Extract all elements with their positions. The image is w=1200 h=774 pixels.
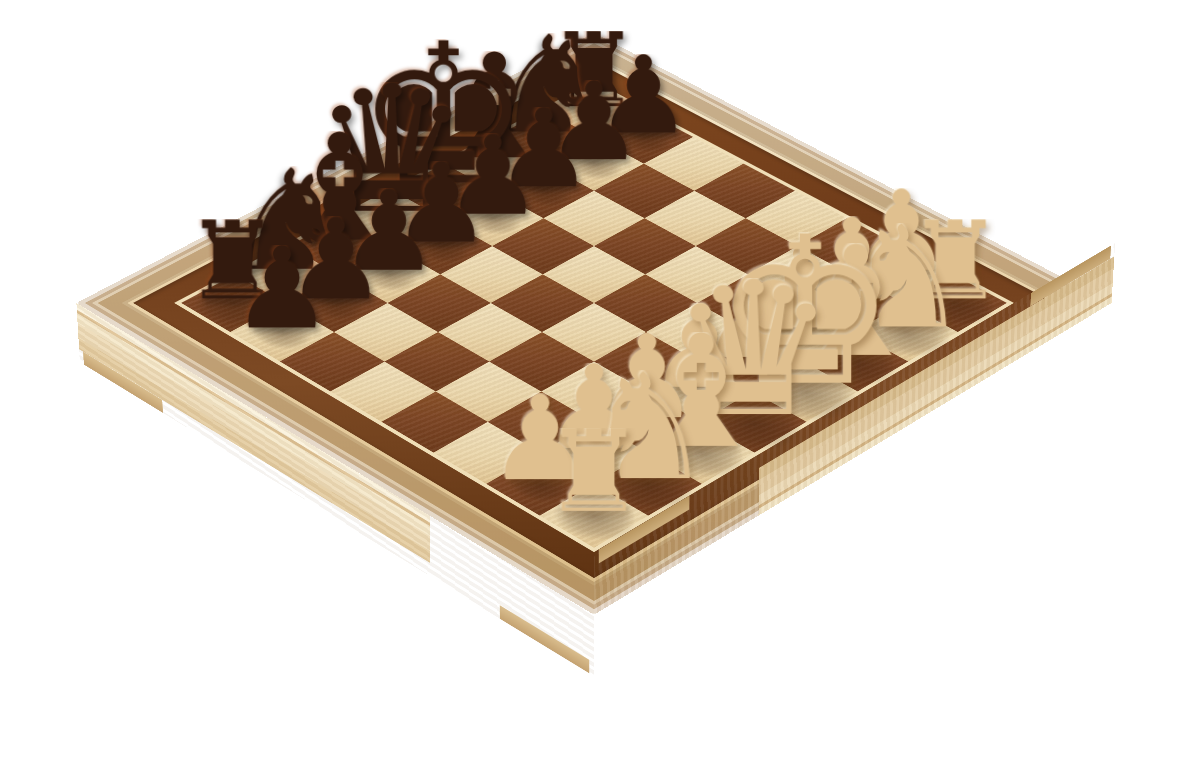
black-pawn-glyph: ♟ (161, 244, 403, 332)
photo-scene: ♜♞♝♛♚♝♞♜♟♟♟♟♟♟♟♟♟♟♟♟♟♟♟♟♜♞♝♛♚♝♞♜ (0, 0, 1200, 774)
box-foot (83, 352, 163, 414)
product-photo-stage: ♜♞♝♛♚♝♞♜♟♟♟♟♟♟♟♟♟♟♟♟♟♟♟♟♜♞♝♛♚♝♞♜ (0, 0, 1200, 774)
box-foot (500, 605, 590, 673)
board-top-face: ♜♞♝♛♚♝♞♜♟♟♟♟♟♟♟♟♟♟♟♟♟♟♟♟♜♞♝♛♚♝♞♜ (76, 33, 1111, 615)
